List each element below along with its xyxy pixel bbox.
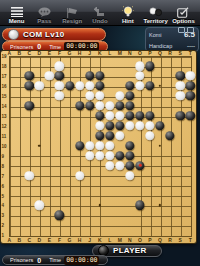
- toolbar: MenuPassResignUndoHintTerritoryOptions: [0, 0, 200, 26]
- game-info-panel: Komi 6.5 Handicap ----: [145, 27, 199, 52]
- row-label: 17: [2, 74, 7, 79]
- col-label-top: C: [27, 51, 31, 56]
- row-label: 8: [2, 163, 5, 168]
- col-label-bottom: C: [27, 238, 31, 243]
- row-label: 5: [2, 193, 5, 198]
- handicap-label: Handicap: [149, 43, 172, 49]
- col-label-bottom: F: [58, 238, 61, 243]
- white-player-name: COM Lv10: [23, 30, 65, 39]
- row-label: 10: [2, 143, 7, 148]
- black-player-stats: Prisoners 0 Time 00:00:00: [2, 255, 108, 265]
- toolbar-button-label: Menu: [9, 18, 25, 24]
- col-label-top: N: [128, 51, 132, 56]
- col-label-top: Q: [158, 51, 162, 56]
- col-label-bottom: H: [78, 238, 82, 243]
- col-label-bottom: M: [118, 238, 122, 243]
- toolbar-button-label: Hint: [122, 18, 134, 24]
- col-label-top: R: [168, 51, 172, 56]
- row-label: 4: [2, 203, 5, 208]
- col-label-bottom: J: [88, 238, 91, 243]
- col-label-top: G: [68, 51, 72, 56]
- col-label-bottom: G: [68, 238, 72, 243]
- go-board[interactable]: AABBCCDDEEFFGGHHJJKKLLMMNNOOPPQQRRSSTT19…: [1, 51, 196, 243]
- hint-icon: [122, 6, 134, 18]
- col-label-bottom: E: [48, 238, 51, 243]
- row-label: 14: [2, 103, 7, 108]
- row-label: 6: [2, 183, 5, 188]
- row-label: 12: [2, 123, 7, 128]
- toolbar-button-options[interactable]: Options: [170, 6, 197, 25]
- row-label: 13: [2, 113, 7, 118]
- col-label-bottom: L: [108, 238, 111, 243]
- col-label-top: T: [189, 51, 192, 56]
- row-label: 3: [2, 213, 5, 218]
- col-label-top: B: [17, 51, 21, 56]
- col-label-top: K: [98, 51, 102, 56]
- toolbar-button-menu[interactable]: Menu: [3, 6, 30, 25]
- row-label: 1: [2, 233, 5, 238]
- row-label: 7: [2, 173, 5, 178]
- pass-icon: [38, 6, 51, 18]
- col-label-top: F: [58, 51, 61, 56]
- toolbar-button-label: Undo: [92, 18, 107, 24]
- col-label-top: P: [148, 51, 151, 56]
- toolbar-button-territory[interactable]: Territory: [142, 6, 169, 25]
- toolbar-button-hint[interactable]: Hint: [114, 6, 141, 25]
- toolbar-button-pass: Pass: [31, 6, 58, 25]
- col-label-top: J: [88, 51, 91, 56]
- resign-icon: [66, 6, 78, 18]
- toolbar-button-label: Territory: [144, 18, 168, 24]
- toolbar-button-label: Resign: [62, 18, 82, 24]
- row-label: 9: [2, 153, 5, 158]
- col-label-bottom: A: [7, 238, 11, 243]
- black-timer: 00:00:00: [64, 256, 99, 265]
- col-label-top: D: [38, 51, 42, 56]
- col-label-bottom: R: [168, 238, 172, 243]
- menu-icon: [11, 6, 23, 18]
- komi-label: Komi: [149, 32, 162, 38]
- white-stone-icon: [8, 29, 19, 40]
- white-stone-T17: [185, 71, 194, 80]
- col-label-top: O: [138, 51, 142, 56]
- col-label-top: M: [118, 51, 122, 56]
- black-stone-T15: [185, 91, 194, 100]
- toolbar-button-label: Options: [172, 18, 195, 24]
- row-label: 18: [2, 64, 7, 69]
- handicap-value: ----: [187, 43, 195, 49]
- row-label: 2: [2, 223, 5, 228]
- col-label-bottom: D: [38, 238, 42, 243]
- row-label: 16: [2, 84, 7, 89]
- col-label-bottom: T: [189, 238, 192, 243]
- info-panel-mini-icons: [178, 27, 194, 33]
- row-label: 15: [2, 94, 7, 99]
- col-label-top: A: [7, 51, 11, 56]
- toolbar-button-undo: Undo: [86, 6, 113, 25]
- col-label-bottom: P: [148, 238, 151, 243]
- white-player-bar: COM Lv10: [2, 28, 106, 41]
- col-label-top: L: [108, 51, 111, 56]
- territory-icon: [149, 6, 162, 18]
- col-label-top: E: [48, 51, 51, 56]
- options-icon: [177, 6, 189, 18]
- last-move-marker: [138, 164, 141, 167]
- black-stone-T13: [185, 111, 194, 120]
- black-prisoners-label: Prisoners: [10, 257, 33, 263]
- col-label-bottom: O: [138, 238, 142, 243]
- toolbar-button-resign: Resign: [59, 6, 86, 25]
- row-label: 11: [2, 133, 7, 138]
- col-label-bottom: Q: [158, 238, 162, 243]
- toolbar-button-label: Pass: [37, 18, 51, 24]
- undo-icon: [94, 6, 106, 18]
- black-time-label: Time: [49, 257, 61, 263]
- col-label-bottom: B: [17, 238, 21, 243]
- black-stone-T16: [185, 81, 194, 90]
- col-label-bottom: N: [128, 238, 132, 243]
- black-player-name: PLAYER: [113, 246, 147, 255]
- col-label-bottom: K: [98, 238, 102, 243]
- col-label-top: S: [178, 51, 181, 56]
- col-label-bottom: S: [178, 238, 181, 243]
- row-label: 19: [2, 54, 7, 59]
- black-prisoners-count: 0: [37, 257, 41, 264]
- col-label-top: H: [78, 51, 82, 56]
